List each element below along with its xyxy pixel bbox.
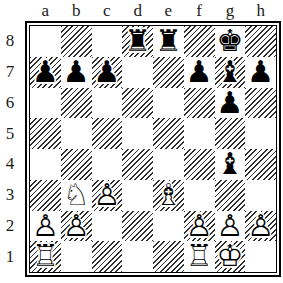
piece-black-pawn: ♟: [247, 57, 274, 88]
square-d3[interactable]: [122, 180, 153, 211]
square-g8[interactable]: ♚♚: [215, 26, 246, 57]
square-c6[interactable]: [92, 88, 123, 119]
square-b8[interactable]: [61, 26, 92, 57]
square-f7[interactable]: ♟♟: [184, 57, 215, 88]
square-c4[interactable]: [92, 149, 123, 180]
piece-black-bishop: ♝: [216, 57, 243, 88]
square-f6[interactable]: [184, 88, 215, 119]
square-d7[interactable]: [122, 57, 153, 88]
rank-label-2: 2: [0, 211, 20, 242]
square-c7[interactable]: ♟♟: [92, 57, 123, 88]
square-e5[interactable]: [153, 118, 184, 149]
square-c5[interactable]: [92, 118, 123, 149]
square-f5[interactable]: [184, 118, 215, 149]
board-grid: ♜♜♜♜♚♚♟♟♟♟♟♟♟♟♝♝♟♟♟♟♝♝♞♘♟♙♝♗♟♙♟♙♟♙♟♙♟♙♜♖…: [30, 26, 276, 272]
square-d2[interactable]: [122, 211, 153, 242]
file-label-b: b: [61, 0, 92, 21]
chess-diagram: abcdefgh 87654321 ♜♜♜♜♚♚♟♟♟♟♟♟♟♟♝♝♟♟♟♟♝♝…: [0, 0, 283, 283]
square-f1[interactable]: ♜♖: [184, 241, 215, 272]
piece-black-king: ♚: [216, 26, 243, 57]
square-c3[interactable]: ♟♙: [92, 180, 123, 211]
rank-label-5: 5: [0, 118, 20, 149]
square-d8[interactable]: ♜♜: [122, 26, 153, 57]
square-c2[interactable]: [92, 211, 123, 242]
square-b3[interactable]: ♞♘: [61, 180, 92, 211]
square-a8[interactable]: [30, 26, 61, 57]
square-e3[interactable]: ♝♗: [153, 180, 184, 211]
square-b1[interactable]: [61, 241, 92, 272]
square-h7[interactable]: ♟♟: [245, 57, 276, 88]
square-g6[interactable]: ♟♟: [215, 88, 246, 119]
piece-white-pawn: ♙: [216, 211, 243, 242]
square-d5[interactable]: [122, 118, 153, 149]
piece-white-rook: ♖: [186, 241, 213, 272]
square-a4[interactable]: [30, 149, 61, 180]
square-a7[interactable]: ♟♟: [30, 57, 61, 88]
piece-black-rook: ♜: [124, 26, 151, 57]
file-label-e: e: [153, 0, 184, 21]
square-f3[interactable]: [184, 180, 215, 211]
square-h6[interactable]: [245, 88, 276, 119]
square-e8[interactable]: ♜♜: [153, 26, 184, 57]
file-labels: abcdefgh: [30, 0, 276, 21]
rank-label-3: 3: [0, 180, 20, 211]
square-f4[interactable]: [184, 149, 215, 180]
square-e7[interactable]: [153, 57, 184, 88]
square-b4[interactable]: [61, 149, 92, 180]
piece-black-pawn: ♟: [93, 57, 120, 88]
square-g5[interactable]: [215, 118, 246, 149]
piece-black-pawn: ♟: [32, 57, 59, 88]
square-c8[interactable]: [92, 26, 123, 57]
file-label-c: c: [92, 0, 123, 21]
chess-board: ♜♜♜♜♚♚♟♟♟♟♟♟♟♟♝♝♟♟♟♟♝♝♞♘♟♙♝♗♟♙♟♙♟♙♟♙♟♙♜♖…: [25, 21, 281, 277]
piece-white-pawn: ♙: [247, 211, 274, 242]
square-h1[interactable]: [245, 241, 276, 272]
square-a5[interactable]: [30, 118, 61, 149]
piece-white-bishop: ♗: [155, 180, 182, 211]
square-e4[interactable]: [153, 149, 184, 180]
piece-white-pawn: ♙: [186, 211, 213, 242]
board-frame: ♜♜♜♜♚♚♟♟♟♟♟♟♟♟♝♝♟♟♟♟♝♝♞♘♟♙♝♗♟♙♟♙♟♙♟♙♟♙♜♖…: [29, 25, 277, 273]
square-a1[interactable]: ♜♖: [30, 241, 61, 272]
rank-label-8: 8: [0, 26, 20, 57]
square-h3[interactable]: [245, 180, 276, 211]
square-d1[interactable]: [122, 241, 153, 272]
square-e2[interactable]: [153, 211, 184, 242]
square-g3[interactable]: [215, 180, 246, 211]
piece-black-pawn: ♟: [63, 57, 90, 88]
piece-black-rook: ♜: [155, 26, 182, 57]
square-h4[interactable]: [245, 149, 276, 180]
rank-label-7: 7: [0, 57, 20, 88]
piece-white-rook: ♖: [32, 241, 59, 272]
piece-black-pawn: ♟: [186, 57, 213, 88]
rank-label-4: 4: [0, 149, 20, 180]
piece-white-king: ♔: [216, 241, 243, 272]
piece-black-pawn: ♟: [216, 88, 243, 119]
square-e6[interactable]: [153, 88, 184, 119]
piece-white-pawn: ♙: [63, 211, 90, 242]
rank-label-1: 1: [0, 241, 20, 272]
file-label-a: a: [30, 0, 61, 21]
file-label-g: g: [215, 0, 246, 21]
square-h5[interactable]: [245, 118, 276, 149]
square-d6[interactable]: [122, 88, 153, 119]
square-a2[interactable]: ♟♙: [30, 211, 61, 242]
square-a3[interactable]: [30, 180, 61, 211]
square-b7[interactable]: ♟♟: [61, 57, 92, 88]
square-e1[interactable]: [153, 241, 184, 272]
piece-white-pawn: ♙: [32, 211, 59, 242]
square-d4[interactable]: [122, 149, 153, 180]
square-b2[interactable]: ♟♙: [61, 211, 92, 242]
piece-white-pawn: ♙: [93, 180, 120, 211]
piece-white-knight: ♘: [63, 180, 90, 211]
square-g2[interactable]: ♟♙: [215, 211, 246, 242]
file-label-h: h: [245, 0, 276, 21]
square-b6[interactable]: [61, 88, 92, 119]
square-g7[interactable]: ♝♝: [215, 57, 246, 88]
square-a6[interactable]: [30, 88, 61, 119]
square-g4[interactable]: ♝♝: [215, 149, 246, 180]
square-b5[interactable]: [61, 118, 92, 149]
piece-black-bishop: ♝: [216, 149, 243, 180]
file-label-d: d: [122, 0, 153, 21]
rank-label-6: 6: [0, 88, 20, 119]
square-f2[interactable]: ♟♙: [184, 211, 215, 242]
file-label-f: f: [184, 0, 215, 21]
rank-labels: 87654321: [0, 26, 20, 272]
square-f8[interactable]: [184, 26, 215, 57]
square-h8[interactable]: [245, 26, 276, 57]
square-c1[interactable]: [92, 241, 123, 272]
square-g1[interactable]: ♚♔: [215, 241, 246, 272]
square-h2[interactable]: ♟♙: [245, 211, 276, 242]
